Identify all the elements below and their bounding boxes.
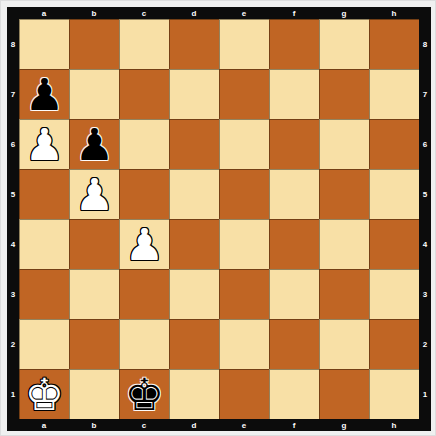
white-pawn-piece[interactable]: ♟	[75, 173, 114, 217]
square-g6[interactable]	[319, 119, 369, 169]
file-label-f: f	[269, 7, 319, 19]
file-label-b: b	[69, 7, 119, 19]
rank-label-8: 8	[7, 19, 19, 69]
square-a7[interactable]: ♟	[19, 69, 69, 119]
rank-labels-left: 87654321	[7, 19, 19, 419]
square-f1[interactable]	[269, 369, 319, 419]
square-e1[interactable]	[219, 369, 269, 419]
rank-label-2: 2	[7, 319, 19, 369]
white-pawn-piece[interactable]: ♟	[125, 223, 164, 267]
rank-label-5: 5	[7, 169, 19, 219]
square-h8[interactable]	[369, 19, 419, 69]
file-label-c: c	[119, 7, 169, 19]
rank-label-8: 8	[419, 19, 431, 69]
square-g1[interactable]	[319, 369, 369, 419]
file-labels-top: abcdefgh	[19, 7, 419, 19]
square-g5[interactable]	[319, 169, 369, 219]
square-e6[interactable]	[219, 119, 269, 169]
rank-label-1: 1	[419, 369, 431, 419]
file-label-c: c	[119, 419, 169, 431]
square-d3[interactable]	[169, 269, 219, 319]
square-c8[interactable]	[119, 19, 169, 69]
rank-label-3: 3	[7, 269, 19, 319]
rank-label-6: 6	[419, 119, 431, 169]
square-e7[interactable]	[219, 69, 269, 119]
page-background: abcdefgh abcdefgh 87654321 87654321 ♟♟♟♟…	[0, 0, 436, 436]
square-a6[interactable]: ♟	[19, 119, 69, 169]
square-d4[interactable]	[169, 219, 219, 269]
square-a3[interactable]	[19, 269, 69, 319]
file-label-g: g	[319, 419, 369, 431]
rank-label-4: 4	[7, 219, 19, 269]
square-f5[interactable]	[269, 169, 319, 219]
rank-label-7: 7	[419, 69, 431, 119]
square-b1[interactable]	[69, 369, 119, 419]
square-b2[interactable]	[69, 319, 119, 369]
square-f2[interactable]	[269, 319, 319, 369]
square-g8[interactable]	[319, 19, 369, 69]
file-label-b: b	[69, 419, 119, 431]
chess-board[interactable]: ♟♟♟♟♟♚♚	[19, 19, 419, 419]
file-label-e: e	[219, 419, 269, 431]
square-e3[interactable]	[219, 269, 269, 319]
rank-label-2: 2	[419, 319, 431, 369]
square-c4[interactable]: ♟	[119, 219, 169, 269]
black-pawn-piece[interactable]: ♟	[25, 73, 64, 117]
square-d2[interactable]	[169, 319, 219, 369]
square-f8[interactable]	[269, 19, 319, 69]
square-h7[interactable]	[369, 69, 419, 119]
square-b5[interactable]: ♟	[69, 169, 119, 219]
square-b4[interactable]	[69, 219, 119, 269]
square-c3[interactable]	[119, 269, 169, 319]
rank-label-1: 1	[7, 369, 19, 419]
chess-board-frame: abcdefgh abcdefgh 87654321 87654321 ♟♟♟♟…	[7, 7, 431, 431]
square-f7[interactable]	[269, 69, 319, 119]
square-f3[interactable]	[269, 269, 319, 319]
square-h6[interactable]	[369, 119, 419, 169]
file-labels-bottom: abcdefgh	[19, 419, 419, 431]
file-label-d: d	[169, 419, 219, 431]
square-h3[interactable]	[369, 269, 419, 319]
rank-label-4: 4	[419, 219, 431, 269]
square-a1[interactable]: ♚	[19, 369, 69, 419]
square-c1[interactable]: ♚	[119, 369, 169, 419]
file-label-h: h	[369, 419, 419, 431]
file-label-a: a	[19, 7, 69, 19]
square-g2[interactable]	[319, 319, 369, 369]
square-a4[interactable]	[19, 219, 69, 269]
square-h2[interactable]	[369, 319, 419, 369]
square-a2[interactable]	[19, 319, 69, 369]
square-c7[interactable]	[119, 69, 169, 119]
square-e8[interactable]	[219, 19, 269, 69]
file-label-a: a	[19, 419, 69, 431]
square-f4[interactable]	[269, 219, 319, 269]
black-king-piece[interactable]: ♚	[125, 373, 164, 417]
square-d6[interactable]	[169, 119, 219, 169]
file-label-e: e	[219, 7, 269, 19]
black-pawn-piece[interactable]: ♟	[75, 123, 114, 167]
square-g7[interactable]	[319, 69, 369, 119]
square-b8[interactable]	[69, 19, 119, 69]
rank-label-5: 5	[419, 169, 431, 219]
white-king-piece[interactable]: ♚	[25, 373, 64, 417]
square-c5[interactable]	[119, 169, 169, 219]
white-pawn-piece[interactable]: ♟	[25, 123, 64, 167]
square-d1[interactable]	[169, 369, 219, 419]
rank-label-3: 3	[419, 269, 431, 319]
file-label-g: g	[319, 7, 369, 19]
square-g4[interactable]	[319, 219, 369, 269]
square-b3[interactable]	[69, 269, 119, 319]
file-label-d: d	[169, 7, 219, 19]
rank-labels-right: 87654321	[419, 19, 431, 419]
square-d5[interactable]	[169, 169, 219, 219]
square-b7[interactable]	[69, 69, 119, 119]
file-label-h: h	[369, 7, 419, 19]
square-a5[interactable]	[19, 169, 69, 219]
square-b6[interactable]: ♟	[69, 119, 119, 169]
square-h5[interactable]	[369, 169, 419, 219]
square-h1[interactable]	[369, 369, 419, 419]
rank-label-6: 6	[7, 119, 19, 169]
square-g3[interactable]	[319, 269, 369, 319]
square-d7[interactable]	[169, 69, 219, 119]
square-c2[interactable]	[119, 319, 169, 369]
square-e5[interactable]	[219, 169, 269, 219]
square-c6[interactable]	[119, 119, 169, 169]
square-e4[interactable]	[219, 219, 269, 269]
square-f6[interactable]	[269, 119, 319, 169]
rank-label-7: 7	[7, 69, 19, 119]
square-a8[interactable]	[19, 19, 69, 69]
square-d8[interactable]	[169, 19, 219, 69]
square-h4[interactable]	[369, 219, 419, 269]
file-label-f: f	[269, 419, 319, 431]
square-e2[interactable]	[219, 319, 269, 369]
